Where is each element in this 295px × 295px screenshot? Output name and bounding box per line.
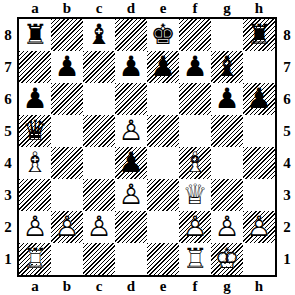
square-c4[interactable] [83,147,115,179]
rank-label-1: 1 [0,243,16,275]
file-label-f: f [179,278,211,294]
file-label-h: h [243,278,275,294]
square-a4[interactable]: ♝♗ [19,147,51,179]
square-b5[interactable] [51,115,83,147]
square-f8[interactable] [179,19,211,51]
piece-black-king: ♚ [147,19,179,51]
square-e8[interactable]: ♚ [147,19,179,51]
file-labels-bottom: abcdefgh [19,278,275,294]
square-e6[interactable] [147,83,179,115]
square-d3[interactable]: ♟♙ [115,179,147,211]
file-label-c: c [83,0,115,16]
square-f4[interactable]: ♝♗ [179,147,211,179]
rank-label-5: 5 [279,115,295,147]
square-a8[interactable]: ♜ [19,19,51,51]
rank-labels-left: 87654321 [0,19,16,275]
piece-black-rook: ♜ [243,19,275,51]
square-f3[interactable]: ♛♕ [179,179,211,211]
square-c8[interactable]: ♝ [83,19,115,51]
rank-label-3: 3 [0,179,16,211]
square-a6[interactable]: ♟ [19,83,51,115]
piece-white-queen: ♕ [179,179,211,211]
piece-black-pawn: ♟ [115,51,147,83]
square-a2[interactable]: ♟♙ [19,211,51,243]
file-label-e: e [147,278,179,294]
square-g2[interactable]: ♟♙ [211,211,243,243]
square-a5[interactable]: ♛ [19,115,51,147]
file-label-c: c [83,278,115,294]
piece-white-pawn: ♙ [83,211,115,243]
piece-black-pawn: ♟ [243,83,275,115]
piece-black-pawn: ♟ [19,83,51,115]
piece-white-pawn: ♙ [115,179,147,211]
rank-label-7: 7 [279,51,295,83]
square-b6[interactable] [51,83,83,115]
square-g8[interactable] [211,19,243,51]
square-d1[interactable] [115,243,147,275]
piece-black-bishop: ♝ [83,19,115,51]
rank-label-3: 3 [279,179,295,211]
square-g4[interactable] [211,147,243,179]
piece-white-pawn: ♙ [179,211,211,243]
square-h2[interactable]: ♟♙ [243,211,275,243]
piece-white-bishop: ♗ [19,147,51,179]
chess-board: ♜♝♚♜♟♟♟♟♝♟♟♟♛♟♙♝♗♟♝♗♟♙♛♕♟♙♟♙♟♙♟♙♟♙♟♙♜♖♜♖… [17,17,277,277]
square-e7[interactable]: ♟ [147,51,179,83]
square-h7[interactable] [243,51,275,83]
square-h4[interactable] [243,147,275,179]
square-g1[interactable]: ♚♔ [211,243,243,275]
square-g5[interactable] [211,115,243,147]
square-h6[interactable]: ♟ [243,83,275,115]
square-c6[interactable] [83,83,115,115]
piece-black-pawn: ♟ [51,51,83,83]
square-d4[interactable]: ♟ [115,147,147,179]
rank-label-7: 7 [0,51,16,83]
square-f5[interactable] [179,115,211,147]
square-h8[interactable]: ♜ [243,19,275,51]
piece-black-bishop: ♝ [211,51,243,83]
file-label-g: g [211,278,243,294]
square-c3[interactable] [83,179,115,211]
square-b2[interactable]: ♟♙ [51,211,83,243]
piece-black-queen: ♛ [19,115,51,147]
piece-white-bishop: ♗ [179,147,211,179]
square-c1[interactable] [83,243,115,275]
piece-white-pawn: ♙ [211,211,243,243]
file-label-b: b [51,278,83,294]
square-c5[interactable] [83,115,115,147]
piece-white-pawn: ♙ [19,211,51,243]
piece-black-rook: ♜ [19,19,51,51]
chess-diagram: abcdefgh abcdefgh 87654321 87654321 ♜♝♚♜… [0,0,295,295]
square-e4[interactable] [147,147,179,179]
square-e3[interactable] [147,179,179,211]
rank-labels-right: 87654321 [279,19,295,275]
file-label-e: e [147,0,179,16]
rank-label-5: 5 [0,115,16,147]
square-c7[interactable] [83,51,115,83]
piece-white-rook: ♖ [179,243,211,275]
file-label-d: d [115,278,147,294]
piece-black-pawn: ♟ [179,51,211,83]
rank-label-2: 2 [0,211,16,243]
square-d7[interactable]: ♟ [115,51,147,83]
square-d8[interactable] [115,19,147,51]
square-b7[interactable]: ♟ [51,51,83,83]
square-g3[interactable] [211,179,243,211]
rank-label-6: 6 [279,83,295,115]
square-e1[interactable] [147,243,179,275]
rank-label-8: 8 [279,19,295,51]
file-label-b: b [51,0,83,16]
rank-label-6: 6 [0,83,16,115]
file-label-d: d [115,0,147,16]
square-f2[interactable]: ♟♙ [179,211,211,243]
piece-black-pawn: ♟ [147,51,179,83]
square-f6[interactable] [179,83,211,115]
square-c2[interactable]: ♟♙ [83,211,115,243]
square-g6[interactable]: ♟ [211,83,243,115]
rank-label-2: 2 [279,211,295,243]
file-label-g: g [211,0,243,16]
square-b8[interactable] [51,19,83,51]
file-labels-top: abcdefgh [19,0,275,16]
piece-black-pawn: ♟ [115,147,147,179]
piece-white-king: ♔ [211,243,243,275]
piece-white-pawn: ♙ [243,211,275,243]
square-h1[interactable] [243,243,275,275]
rank-label-4: 4 [279,147,295,179]
piece-black-pawn: ♟ [211,83,243,115]
rank-label-1: 1 [279,243,295,275]
square-d5[interactable]: ♟♙ [115,115,147,147]
file-label-h: h [243,0,275,16]
piece-white-pawn: ♙ [115,115,147,147]
square-h5[interactable] [243,115,275,147]
rank-label-4: 4 [0,147,16,179]
square-d2[interactable] [115,211,147,243]
square-a7[interactable] [19,51,51,83]
square-h3[interactable] [243,179,275,211]
piece-white-pawn: ♙ [51,211,83,243]
square-g7[interactable]: ♝ [211,51,243,83]
square-f7[interactable]: ♟ [179,51,211,83]
square-f1[interactable]: ♜♖ [179,243,211,275]
square-b1[interactable] [51,243,83,275]
square-b3[interactable] [51,179,83,211]
rank-label-8: 8 [0,19,16,51]
square-a3[interactable] [19,179,51,211]
square-b4[interactable] [51,147,83,179]
square-d6[interactable] [115,83,147,115]
square-e2[interactable] [147,211,179,243]
square-e5[interactable] [147,115,179,147]
file-label-a: a [19,0,51,16]
file-label-f: f [179,0,211,16]
file-label-a: a [19,278,51,294]
square-a1[interactable]: ♜♖ [19,243,51,275]
piece-white-rook: ♖ [19,243,51,275]
